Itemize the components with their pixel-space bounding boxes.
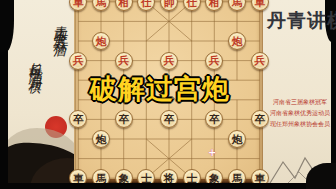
piece-red-soldier[interactable]: 兵: [205, 52, 223, 70]
credential-line: 河南省象棋优秀运动员: [268, 107, 332, 118]
board-point[interactable]: [158, 129, 181, 149]
board-point[interactable]: 兵: [67, 51, 90, 71]
channel-title: 丹青讲棋: [267, 8, 336, 34]
piece-red-elephant[interactable]: 相: [115, 0, 133, 11]
piece-black-soldier[interactable]: 卒: [160, 110, 178, 128]
board-point[interactable]: 仕: [135, 0, 158, 12]
board-point[interactable]: [158, 149, 181, 169]
piece-red-soldier[interactable]: 兵: [251, 52, 269, 70]
board-point[interactable]: 車: [67, 0, 90, 12]
piece-red-soldier[interactable]: 兵: [160, 52, 178, 70]
video-thumbnail: 青山不厌三杯酒 长日惟消一局棋 車馬相仕帥仕相馬車炮炮兵兵兵兵兵卒卒卒卒卒炮炮車…: [0, 0, 336, 189]
piece-red-general[interactable]: 帥: [160, 0, 178, 11]
piece-red-horse[interactable]: 馬: [92, 0, 110, 11]
video-title-overlay: 破解过宫炮: [90, 71, 230, 107]
board-point[interactable]: 卒: [158, 110, 181, 130]
piece-red-advisor[interactable]: 仕: [183, 0, 201, 11]
piece-black-soldier[interactable]: 卒: [115, 110, 133, 128]
board-point[interactable]: 卒: [112, 110, 135, 130]
piece-black-cannon[interactable]: 炮: [92, 130, 110, 148]
board-point[interactable]: [226, 12, 249, 32]
board-point[interactable]: [203, 129, 226, 149]
board-point[interactable]: 兵: [203, 51, 226, 71]
board-point[interactable]: [248, 70, 271, 90]
piece-black-soldier[interactable]: 卒: [251, 110, 269, 128]
board-point[interactable]: [67, 149, 90, 169]
poem-column-1: 青山不厌三杯酒: [50, 15, 68, 165]
board-point[interactable]: [248, 31, 271, 51]
board-point[interactable]: 馬: [90, 0, 113, 12]
board-point[interactable]: [112, 149, 135, 169]
board-point[interactable]: 馬: [226, 0, 249, 12]
board-point[interactable]: [90, 110, 113, 130]
board-point[interactable]: 炮: [226, 129, 249, 149]
board-point[interactable]: [180, 31, 203, 51]
board-point[interactable]: [135, 31, 158, 51]
mouse-cursor: +: [208, 148, 216, 158]
board-point[interactable]: [226, 149, 249, 169]
piece-red-chariot[interactable]: 車: [69, 0, 87, 11]
credential-line: 现任郑州象棋协会会员: [268, 118, 332, 129]
board-point[interactable]: [135, 51, 158, 71]
piece-red-chariot[interactable]: 車: [251, 0, 269, 11]
board-point[interactable]: [135, 129, 158, 149]
board-point[interactable]: 兵: [112, 51, 135, 71]
board-point[interactable]: [226, 110, 249, 130]
credentials-block: 河南省三届象棋冠军 河南省象棋优秀运动员 现任郑州象棋协会会员: [268, 96, 332, 129]
board-point[interactable]: 相: [112, 0, 135, 12]
board-point[interactable]: 仕: [180, 0, 203, 12]
credential-line: 河南省三届象棋冠军: [268, 96, 332, 107]
piece-black-soldier[interactable]: 卒: [205, 110, 223, 128]
piece-red-soldier[interactable]: 兵: [115, 52, 133, 70]
piece-red-soldier[interactable]: 兵: [69, 52, 87, 70]
board-point[interactable]: [180, 12, 203, 32]
board-point[interactable]: [135, 12, 158, 32]
board-point[interactable]: [67, 12, 90, 32]
piece-red-cannon[interactable]: 炮: [228, 32, 246, 50]
board-point[interactable]: [135, 110, 158, 130]
board-point[interactable]: 帥: [158, 0, 181, 12]
board-point[interactable]: 相: [203, 0, 226, 12]
board-point[interactable]: 炮: [90, 129, 113, 149]
poem-column-2: 长日惟消一局棋: [25, 52, 43, 189]
board-point[interactable]: [112, 12, 135, 32]
piece-red-horse[interactable]: 馬: [228, 0, 246, 11]
board-point[interactable]: [248, 129, 271, 149]
board-point[interactable]: [90, 12, 113, 32]
board-point[interactable]: [90, 51, 113, 71]
piece-black-cannon[interactable]: 炮: [228, 130, 246, 148]
board-point[interactable]: [203, 31, 226, 51]
board-point[interactable]: 兵: [248, 51, 271, 71]
board-point[interactable]: 卒: [203, 110, 226, 130]
piece-red-cannon[interactable]: 炮: [92, 32, 110, 50]
board-point[interactable]: [248, 149, 271, 169]
board-point[interactable]: [90, 149, 113, 169]
board-point[interactable]: 卒: [67, 110, 90, 130]
piece-red-elephant[interactable]: 相: [205, 0, 223, 11]
bottom-edge-vignette: [0, 183, 336, 189]
board-point[interactable]: [112, 129, 135, 149]
board-point[interactable]: 炮: [90, 31, 113, 51]
board-point[interactable]: 兵: [158, 51, 181, 71]
board-point[interactable]: [67, 90, 90, 110]
board-point[interactable]: 炮: [226, 31, 249, 51]
board-point[interactable]: [158, 31, 181, 51]
board-point[interactable]: [67, 70, 90, 90]
piece-red-advisor[interactable]: 仕: [137, 0, 155, 11]
board-point[interactable]: [158, 12, 181, 32]
board-point[interactable]: [226, 51, 249, 71]
board-point[interactable]: [180, 129, 203, 149]
piece-black-soldier[interactable]: 卒: [69, 110, 87, 128]
board-point[interactable]: [67, 31, 90, 51]
board-point[interactable]: [180, 149, 203, 169]
board-point[interactable]: [112, 31, 135, 51]
board-point[interactable]: [203, 12, 226, 32]
board-point[interactable]: [67, 129, 90, 149]
board-point[interactable]: [135, 149, 158, 169]
board-point[interactable]: [180, 51, 203, 71]
board-point[interactable]: [180, 110, 203, 130]
